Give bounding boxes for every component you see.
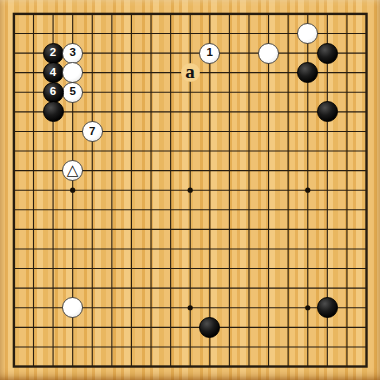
black-stone[interactable] [317, 297, 338, 318]
white-stone[interactable]: 3 [62, 43, 83, 64]
black-stone[interactable]: 4 [43, 62, 64, 83]
go-diagram: 1234567△a [0, 0, 380, 380]
white-stone[interactable] [62, 297, 83, 318]
go-board[interactable]: 1234567△a [0, 0, 380, 380]
white-stone[interactable] [258, 43, 279, 64]
stone-move-number: 3 [69, 47, 75, 59]
stone-move-number: 2 [50, 47, 56, 59]
stone-move-number: 7 [89, 126, 95, 138]
white-stone[interactable] [297, 23, 318, 44]
white-stone[interactable]: △ [62, 160, 83, 181]
stone-move-number: 5 [69, 86, 75, 98]
black-stone[interactable]: 2 [43, 43, 64, 64]
black-stone[interactable] [199, 317, 220, 338]
black-stone[interactable] [43, 101, 64, 122]
intersection-grid: 1234567△a [4, 4, 376, 376]
black-stone[interactable] [297, 62, 318, 83]
white-stone[interactable]: 1 [199, 43, 220, 64]
stone-move-number: 6 [50, 86, 56, 98]
white-stone[interactable]: 5 [62, 82, 83, 103]
black-stone[interactable] [317, 101, 338, 122]
triangle-mark-icon: △ [67, 161, 79, 180]
white-stone[interactable] [62, 62, 83, 83]
white-stone[interactable]: 7 [82, 121, 103, 142]
point-label-a[interactable]: a [181, 63, 200, 82]
point-label-text: a [185, 62, 195, 81]
stone-move-number: 1 [206, 47, 212, 59]
black-stone[interactable] [317, 43, 338, 64]
black-stone[interactable]: 6 [43, 82, 64, 103]
stone-move-number: 4 [50, 67, 56, 79]
